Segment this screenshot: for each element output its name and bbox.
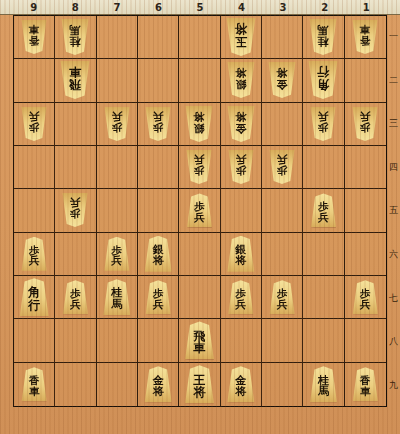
piece-silver-gote[interactable]: 銀将 (227, 62, 255, 98)
square-7-5[interactable] (97, 189, 138, 232)
piece-kanji-char: 兵 (236, 299, 247, 310)
piece-pawn-gote[interactable]: 歩兵 (145, 107, 171, 141)
square-7-8[interactable] (97, 319, 138, 362)
piece-kanji-char: 行 (28, 299, 40, 311)
square-4-1[interactable]: 玉将 (221, 16, 262, 59)
piece-kanji-char: 香 (360, 36, 371, 47)
piece-kanji-char: 兵 (360, 112, 371, 123)
piece-kanji-char: 香 (29, 36, 40, 47)
piece-king-gote[interactable]: 玉将 (226, 18, 256, 56)
piece-kanji-char: 玉 (235, 36, 247, 48)
piece-lance-sente[interactable]: 香車 (352, 367, 378, 401)
piece-kanji-char: 兵 (277, 299, 288, 310)
piece-rook-sente[interactable]: 飛車 (184, 321, 214, 359)
piece-kanji-char: 車 (29, 25, 40, 36)
square-8-9[interactable] (55, 363, 96, 406)
square-7-6[interactable]: 歩兵 (97, 233, 138, 276)
piece-pawn-gote[interactable]: 歩兵 (62, 193, 88, 227)
shogi-screenshot: 987654321 香車桂馬玉将桂馬香車飛車銀将金将角行歩兵歩兵歩兵銀将金将歩兵… (0, 0, 400, 434)
piece-knight-sente[interactable]: 桂馬 (103, 279, 131, 315)
square-1-6[interactable] (345, 233, 386, 276)
piece-kanji-char: 金 (277, 79, 288, 90)
square-1-5[interactable] (345, 189, 386, 232)
piece-kanji-char: 将 (235, 386, 246, 397)
square-6-6[interactable]: 銀将 (138, 233, 179, 276)
square-5-8[interactable]: 飛車 (179, 319, 220, 362)
square-6-3[interactable]: 歩兵 (138, 103, 179, 146)
piece-knight-gote[interactable]: 桂馬 (61, 19, 89, 55)
piece-lance-sente[interactable]: 香車 (21, 367, 47, 401)
piece-king-sente[interactable]: 王将 (184, 365, 214, 403)
piece-bishop-sente[interactable]: 角行 (19, 278, 49, 316)
piece-kanji-char: 馬 (111, 299, 122, 310)
piece-kanji-char: 兵 (112, 255, 123, 266)
square-4-7[interactable]: 歩兵 (221, 276, 262, 319)
square-7-4[interactable] (97, 146, 138, 189)
square-7-3[interactable]: 歩兵 (97, 103, 138, 146)
piece-kanji-char: 馬 (70, 24, 81, 35)
piece-kanji-char: 兵 (29, 112, 40, 123)
rank-label-7: 七 (387, 276, 400, 320)
piece-pawn-gote[interactable]: 歩兵 (352, 107, 378, 141)
file-label-1: 1 (345, 0, 387, 14)
square-4-2[interactable]: 銀将 (221, 59, 262, 102)
square-4-9[interactable]: 金将 (221, 363, 262, 406)
rank-label-6: 六 (387, 233, 400, 277)
square-3-9[interactable] (262, 363, 303, 406)
piece-lance-gote[interactable]: 香車 (21, 20, 47, 54)
piece-kanji-char: 将 (277, 68, 288, 79)
piece-kanji-char: 金 (235, 122, 246, 133)
square-3-1[interactable] (262, 16, 303, 59)
piece-kanji-char: 将 (153, 386, 164, 397)
piece-kanji-char: 兵 (318, 112, 329, 123)
square-1-9[interactable]: 香車 (345, 363, 386, 406)
square-3-3[interactable] (262, 103, 303, 146)
piece-kanji-char: 行 (317, 67, 329, 79)
piece-pawn-gote[interactable]: 歩兵 (228, 150, 254, 184)
square-8-3[interactable] (55, 103, 96, 146)
piece-pawn-sente[interactable]: 歩兵 (62, 280, 88, 314)
piece-kanji-char: 飛 (69, 79, 81, 91)
square-3-7[interactable]: 歩兵 (262, 276, 303, 319)
square-6-4[interactable] (138, 146, 179, 189)
piece-pawn-gote[interactable]: 歩兵 (186, 150, 212, 184)
file-label-2: 2 (304, 0, 346, 14)
square-5-7[interactable] (179, 276, 220, 319)
square-1-4[interactable] (345, 146, 386, 189)
file-label-5: 5 (179, 0, 221, 14)
square-9-6[interactable]: 歩兵 (14, 233, 55, 276)
piece-gold-sente[interactable]: 金将 (144, 366, 172, 402)
piece-kanji-char: 兵 (29, 255, 40, 266)
square-5-4[interactable]: 歩兵 (179, 146, 220, 189)
piece-kanji-char: 歩 (360, 122, 371, 133)
piece-gold-gote[interactable]: 金将 (268, 62, 296, 98)
piece-pawn-gote[interactable]: 歩兵 (21, 107, 47, 141)
rank-label-8: 八 (387, 320, 400, 364)
square-9-9[interactable]: 香車 (14, 363, 55, 406)
file-label-7: 7 (96, 0, 138, 14)
rank-label-4: 四 (387, 146, 400, 190)
piece-kanji-char: 歩 (277, 166, 288, 177)
square-5-3[interactable]: 銀将 (179, 103, 220, 146)
square-3-4[interactable]: 歩兵 (262, 146, 303, 189)
square-8-8[interactable] (55, 319, 96, 362)
square-5-1[interactable] (179, 16, 220, 59)
square-5-9[interactable]: 王将 (179, 363, 220, 406)
piece-pawn-sente[interactable]: 歩兵 (269, 280, 295, 314)
file-coordinates: 987654321 (13, 0, 387, 14)
square-5-5[interactable]: 歩兵 (179, 189, 220, 232)
file-label-3: 3 (262, 0, 304, 14)
piece-kanji-char: 兵 (70, 198, 81, 209)
piece-kanji-char: 将 (153, 255, 164, 266)
piece-kanji-char: 桂 (318, 36, 329, 47)
square-3-2[interactable]: 金将 (262, 59, 303, 102)
piece-lance-gote[interactable]: 香車 (352, 20, 378, 54)
square-1-3[interactable]: 歩兵 (345, 103, 386, 146)
piece-pawn-sente[interactable]: 歩兵 (186, 193, 212, 227)
piece-kanji-char: 馬 (318, 386, 329, 397)
piece-kanji-char: 将 (235, 23, 247, 35)
piece-kanji-char: 桂 (111, 287, 122, 298)
piece-kanji-char: 兵 (318, 212, 329, 223)
square-9-8[interactable] (14, 319, 55, 362)
square-8-5[interactable]: 歩兵 (55, 189, 96, 232)
square-2-4[interactable] (303, 146, 344, 189)
piece-silver-sente[interactable]: 銀将 (144, 236, 172, 272)
piece-kanji-char: 兵 (70, 299, 81, 310)
square-7-9[interactable] (97, 363, 138, 406)
piece-kanji-char: 馬 (318, 24, 329, 35)
square-4-4[interactable]: 歩兵 (221, 146, 262, 189)
piece-bishop-gote[interactable]: 角行 (308, 61, 338, 99)
square-4-6[interactable]: 銀将 (221, 233, 262, 276)
piece-pawn-gote[interactable]: 歩兵 (310, 107, 336, 141)
square-1-8[interactable] (345, 319, 386, 362)
square-9-5[interactable] (14, 189, 55, 232)
piece-gold-sente[interactable]: 金将 (227, 366, 255, 402)
square-6-1[interactable] (138, 16, 179, 59)
piece-kanji-char: 将 (235, 68, 246, 79)
square-9-1[interactable]: 香車 (14, 16, 55, 59)
file-label-8: 8 (55, 0, 97, 14)
piece-kanji-char: 歩 (318, 122, 329, 133)
square-7-7[interactable]: 桂馬 (97, 276, 138, 319)
square-3-6[interactable] (262, 233, 303, 276)
square-1-7[interactable]: 歩兵 (345, 276, 386, 319)
square-8-7[interactable]: 歩兵 (55, 276, 96, 319)
piece-kanji-char: 歩 (194, 166, 205, 177)
piece-kanji-char: 将 (193, 386, 205, 398)
square-4-8[interactable] (221, 319, 262, 362)
piece-pawn-sente[interactable]: 歩兵 (228, 280, 254, 314)
piece-kanji-char: 角 (28, 286, 40, 298)
piece-kanji-char: 兵 (153, 112, 164, 123)
piece-pawn-gote[interactable]: 歩兵 (104, 107, 130, 141)
square-7-2[interactable] (97, 59, 138, 102)
piece-pawn-sente[interactable]: 歩兵 (21, 237, 47, 271)
piece-kanji-char: 王 (193, 374, 205, 386)
rank-label-5: 五 (387, 189, 400, 233)
square-6-7[interactable]: 歩兵 (138, 276, 179, 319)
rank-coordinates: 一二三四五六七八九 (387, 15, 400, 407)
square-1-1[interactable]: 香車 (345, 16, 386, 59)
square-4-5[interactable] (221, 189, 262, 232)
piece-kanji-char: 銀 (235, 79, 246, 90)
square-9-7[interactable]: 角行 (14, 276, 55, 319)
square-3-5[interactable] (262, 189, 303, 232)
rank-label-2: 二 (387, 59, 400, 103)
square-8-1[interactable]: 桂馬 (55, 16, 96, 59)
square-2-1[interactable]: 桂馬 (303, 16, 344, 59)
square-2-3[interactable]: 歩兵 (303, 103, 344, 146)
square-6-9[interactable]: 金将 (138, 363, 179, 406)
square-6-5[interactable] (138, 189, 179, 232)
file-label-6: 6 (138, 0, 180, 14)
piece-kanji-char: 将 (235, 111, 246, 122)
square-8-6[interactable] (55, 233, 96, 276)
piece-kanji-char: 歩 (112, 122, 123, 133)
piece-kanji-char: 車 (360, 386, 371, 397)
square-9-4[interactable] (14, 146, 55, 189)
square-8-2[interactable]: 飛車 (55, 59, 96, 102)
square-8-4[interactable] (55, 146, 96, 189)
piece-kanji-char: 兵 (194, 212, 205, 223)
piece-rook-gote[interactable]: 飛車 (60, 61, 90, 99)
piece-kanji-char: 兵 (360, 299, 371, 310)
square-1-2[interactable] (345, 59, 386, 102)
square-9-2[interactable] (14, 59, 55, 102)
piece-kanji-char: 車 (360, 25, 371, 36)
square-6-8[interactable] (138, 319, 179, 362)
piece-silver-gote[interactable]: 銀将 (185, 106, 213, 142)
square-2-5[interactable]: 歩兵 (303, 189, 344, 232)
piece-kanji-char: 銀 (194, 122, 205, 133)
file-label-9: 9 (13, 0, 55, 14)
piece-kanji-char: 車 (29, 386, 40, 397)
piece-kanji-char: 歩 (236, 166, 247, 177)
piece-knight-gote[interactable]: 桂馬 (309, 19, 337, 55)
square-2-2[interactable]: 角行 (303, 59, 344, 102)
piece-pawn-sente[interactable]: 歩兵 (104, 237, 130, 271)
piece-kanji-char: 兵 (194, 155, 205, 166)
rank-label-9: 九 (387, 363, 400, 407)
square-3-8[interactable] (262, 319, 303, 362)
piece-kanji-char: 車 (69, 67, 81, 79)
piece-kanji-char: 角 (317, 79, 329, 91)
piece-kanji-char: 兵 (277, 155, 288, 166)
square-4-3[interactable]: 金将 (221, 103, 262, 146)
piece-kanji-char: 桂 (70, 36, 81, 47)
piece-pawn-sente[interactable]: 歩兵 (352, 280, 378, 314)
piece-kanji-char: 歩 (153, 122, 164, 133)
piece-pawn-sente[interactable]: 歩兵 (145, 280, 171, 314)
square-2-9[interactable]: 桂馬 (303, 363, 344, 406)
rank-label-3: 三 (387, 102, 400, 146)
file-label-4: 4 (221, 0, 263, 14)
square-7-1[interactable] (97, 16, 138, 59)
piece-silver-sente[interactable]: 銀将 (227, 236, 255, 272)
square-5-2[interactable] (179, 59, 220, 102)
square-2-6[interactable] (303, 233, 344, 276)
piece-kanji-char: 兵 (236, 155, 247, 166)
square-2-7[interactable] (303, 276, 344, 319)
square-9-3[interactable]: 歩兵 (14, 103, 55, 146)
piece-kanji-char: 将 (235, 255, 246, 266)
piece-pawn-sente[interactable]: 歩兵 (310, 193, 336, 227)
square-6-2[interactable] (138, 59, 179, 102)
piece-kanji-char: 将 (194, 111, 205, 122)
board-grid: 香車桂馬玉将桂馬香車飛車銀将金将角行歩兵歩兵歩兵銀将金将歩兵歩兵歩兵歩兵歩兵歩兵… (13, 15, 387, 407)
piece-kanji-char: 歩 (29, 122, 40, 133)
square-5-6[interactable] (179, 233, 220, 276)
piece-gold-gote[interactable]: 金将 (227, 106, 255, 142)
piece-pawn-gote[interactable]: 歩兵 (269, 150, 295, 184)
piece-kanji-char: 兵 (112, 112, 123, 123)
piece-kanji-char: 車 (193, 342, 205, 354)
square-2-8[interactable] (303, 319, 344, 362)
rank-label-1: 一 (387, 15, 400, 59)
piece-kanji-char: 兵 (153, 299, 164, 310)
piece-knight-sente[interactable]: 桂馬 (309, 366, 337, 402)
piece-kanji-char: 歩 (70, 209, 81, 220)
